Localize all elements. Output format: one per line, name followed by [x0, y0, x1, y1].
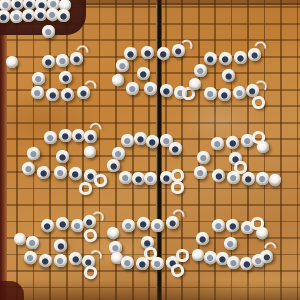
white-piece[interactable]	[121, 256, 134, 269]
board-bottom-edge	[0, 280, 300, 300]
white-piece[interactable]	[32, 72, 45, 85]
white-piece[interactable]	[224, 237, 237, 250]
board-left-edge	[0, 0, 7, 300]
go-board-photo	[0, 0, 300, 300]
white-piece[interactable]	[121, 134, 134, 147]
white-piece[interactable]	[192, 249, 204, 261]
white-piece[interactable]	[194, 166, 207, 179]
white-piece[interactable]	[124, 47, 137, 60]
white-piece[interactable]	[57, 9, 70, 22]
white-piece[interactable]	[119, 171, 132, 184]
white-piece[interactable]	[31, 86, 44, 99]
white-piece[interactable]	[234, 51, 247, 64]
white-piece[interactable]	[171, 181, 184, 194]
white-piece[interactable]	[6, 56, 18, 68]
white-piece[interactable]	[56, 150, 69, 163]
white-piece[interactable]	[79, 182, 92, 195]
white-piece[interactable]	[211, 137, 224, 150]
white-piece[interactable]	[126, 82, 139, 95]
white-piece[interactable]	[44, 131, 57, 144]
